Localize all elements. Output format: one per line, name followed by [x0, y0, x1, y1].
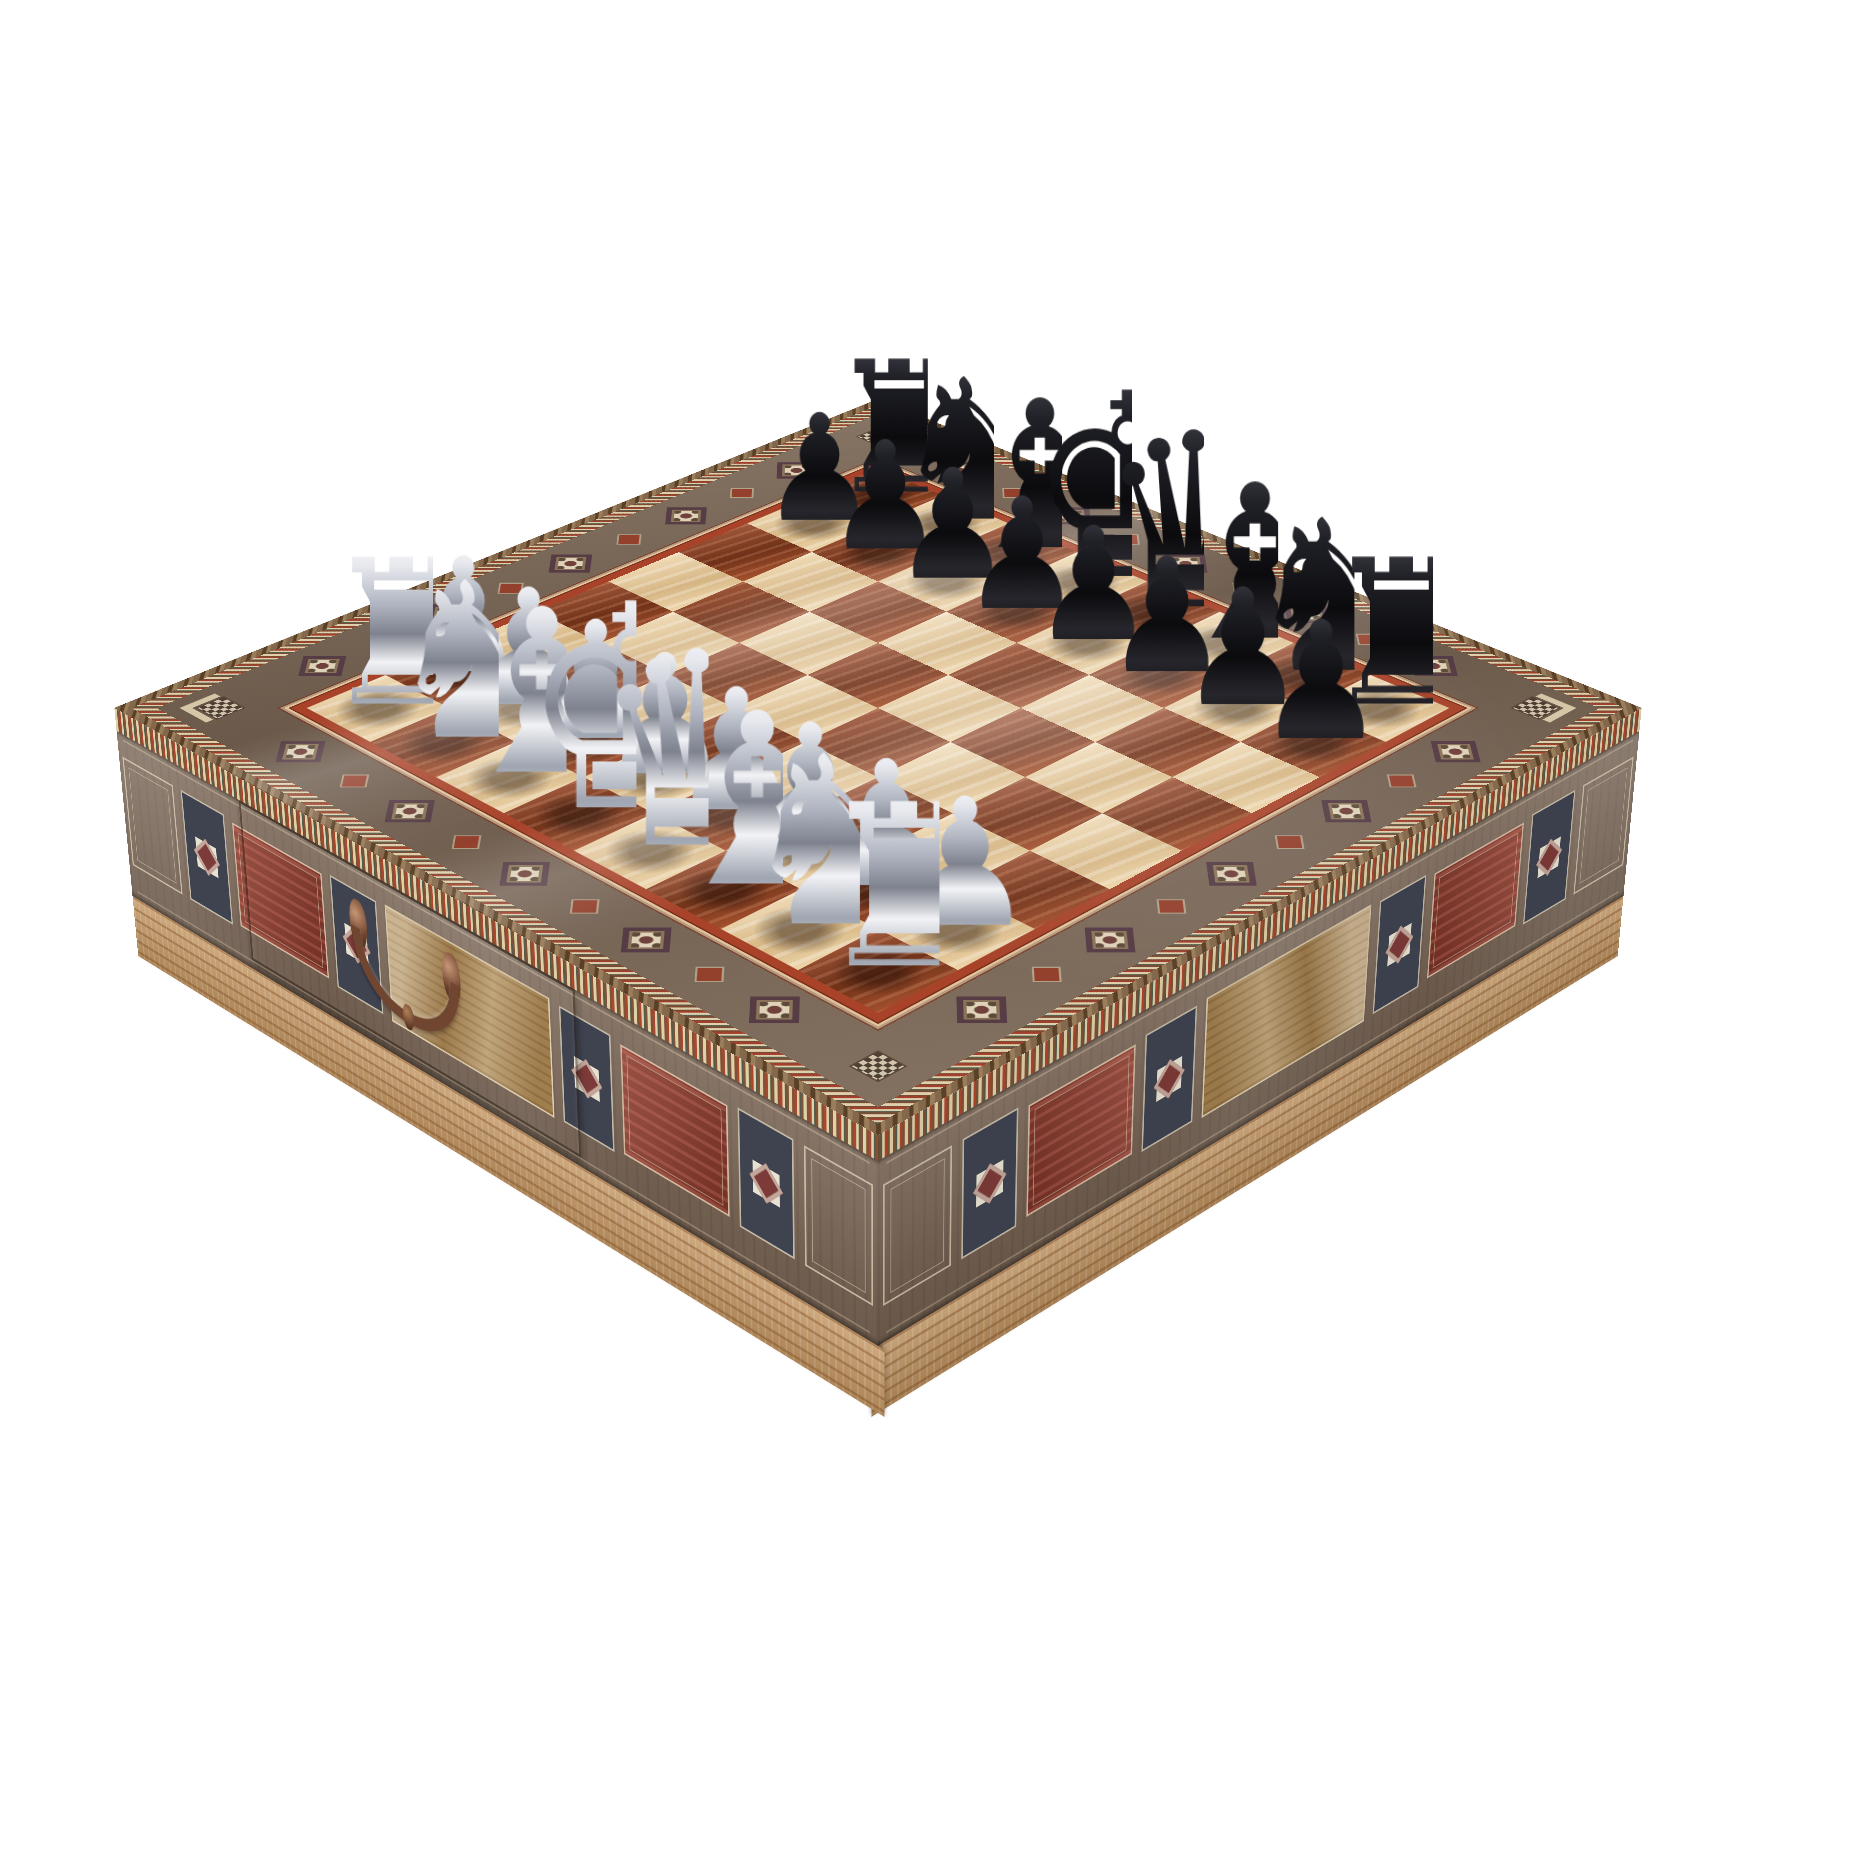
square-a7[interactable]: ♟ [1241, 708, 1386, 777]
mosaic-diamond [499, 862, 550, 886]
piece-black-pawn[interactable]: ♟ [1257, 600, 1369, 763]
mosaic-diamond [275, 741, 325, 762]
inlay-star-tile [1523, 790, 1575, 925]
mosaic-diamond [1321, 800, 1372, 823]
corner-inlay-mark-left [179, 693, 241, 722]
inlay-star-tile [181, 790, 233, 925]
chess-set-photo: ♜♞♝♚♛♝♞♜♟♟♟♟♟♟♟♟♟♟♟♟♟♟♟♟♜♞♝♚♛♝♞♜ [0, 0, 1875, 1875]
mosaic-red-square [732, 489, 752, 497]
mosaic-diamond [1206, 862, 1257, 886]
mosaic-red-square [454, 836, 479, 848]
square-d6[interactable] [948, 643, 1089, 708]
mosaic-diamond [621, 927, 672, 952]
mosaic-red-square [697, 968, 722, 981]
mosaic-diamond [1430, 741, 1480, 762]
inlay-frame-panel [804, 1145, 873, 1306]
mosaic-diamond [384, 800, 435, 823]
inlay-red-panel [1427, 823, 1524, 979]
mosaic-red-square [572, 900, 597, 912]
mosaic-red-square [342, 776, 367, 787]
inlay-red-panel [1026, 1044, 1135, 1217]
mosaic-diamond [1084, 927, 1135, 952]
mosaic-checker-tile [848, 1050, 907, 1082]
inlay-star-tile [738, 1107, 795, 1259]
inlay-red-panel [620, 1044, 729, 1217]
inlay-star-tile [1373, 875, 1427, 1015]
mosaic-red-square [618, 535, 639, 544]
mosaic-diamond [956, 997, 1007, 1024]
inlay-frame-panel [883, 1145, 952, 1306]
piece-white-rook[interactable]: ♜ [817, 775, 940, 1000]
mosaic-red-square [1277, 836, 1302, 848]
mosaic-diamond [665, 507, 707, 524]
inlay-star-tile [1141, 1005, 1197, 1152]
chess-box: ♜♞♝♚♛♝♞♜♟♟♟♟♟♟♟♟♟♟♟♟♟♟♟♟♜♞♝♚♛♝♞♜ [114, 399, 1641, 1135]
inlay-frame-panel [122, 757, 182, 895]
mosaic-red-square [1159, 900, 1184, 912]
square-a1[interactable]: ♜ [798, 929, 958, 1013]
mosaic-red-square [1034, 968, 1059, 981]
inlay-frame-panel [1573, 757, 1633, 895]
mosaic-red-square [1389, 776, 1414, 787]
inlay-star-tile [961, 1107, 1018, 1259]
mosaic-diamond [749, 997, 800, 1024]
